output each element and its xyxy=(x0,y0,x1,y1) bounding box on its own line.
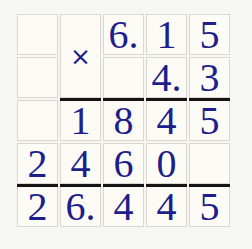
multiply-sign-cell: × xyxy=(60,14,101,98)
cell-r3-c3: 8 xyxy=(103,100,144,141)
cell-r4-c3: 6 xyxy=(103,143,144,184)
cell-r3-c2: 1 xyxy=(60,100,101,141)
cell-r1-c5: 5 xyxy=(189,14,230,55)
cell-r2-c1 xyxy=(17,57,58,98)
cell-r5-c4: 4 xyxy=(146,186,187,227)
cell-r4-c1: 2 xyxy=(17,143,58,184)
cell-r1-c1 xyxy=(17,14,58,55)
cell-r4-c2: 4 xyxy=(60,143,101,184)
cell-r5-c3: 4 xyxy=(103,186,144,227)
cell-r1-c3: 6. xyxy=(103,14,144,55)
cell-r5-c2: 6. xyxy=(60,186,101,227)
cell-r3-c5: 5 xyxy=(189,100,230,141)
long-multiplication-board: ×6.154.31845246026.445 xyxy=(17,14,230,227)
cell-r1-c4: 1 xyxy=(146,14,187,55)
cell-r3-c1 xyxy=(17,100,58,141)
cell-r2-c5: 3 xyxy=(189,57,230,98)
cell-r2-c4: 4. xyxy=(146,57,187,98)
cell-r5-c5: 5 xyxy=(189,186,230,227)
worksheet-page: ×6.154.31845246026.445 xyxy=(0,0,252,249)
cell-r4-c5 xyxy=(189,143,230,184)
cell-r4-c4: 0 xyxy=(146,143,187,184)
cell-r3-c4: 4 xyxy=(146,100,187,141)
cell-r5-c1: 2 xyxy=(17,186,58,227)
cell-r2-c3 xyxy=(103,57,144,98)
